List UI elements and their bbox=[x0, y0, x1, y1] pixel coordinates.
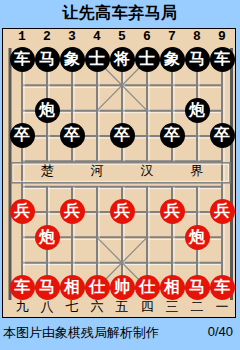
bottom-label-8: 二 bbox=[185, 299, 209, 314]
bottom-label-5: 五 bbox=[110, 299, 134, 314]
piece-red-cannon: 炮 bbox=[35, 225, 60, 250]
piece-black-soldier: 卒 bbox=[160, 123, 185, 148]
piece-black-cannon: 炮 bbox=[185, 98, 210, 123]
piece-black-cannon: 炮 bbox=[35, 98, 60, 123]
piece-red-elephant: 相 bbox=[160, 275, 185, 300]
footer: 本图片由象棋残局解析制作 0/40 bbox=[0, 322, 240, 342]
piece-red-soldier: 兵 bbox=[110, 199, 135, 224]
piece-black-soldier: 卒 bbox=[210, 123, 235, 148]
xiangqi-board-panel: 123456789 楚河汉界 车马象士将士象马车炮炮卒卒卒卒卒兵兵兵兵兵炮炮车马… bbox=[2, 28, 236, 318]
piece-red-soldier: 兵 bbox=[10, 199, 35, 224]
move-counter: 0/40 bbox=[208, 324, 233, 339]
piece-red-chariot: 车 bbox=[10, 275, 35, 300]
credit-text: 本图片由象棋残局解析制作 bbox=[3, 324, 159, 342]
bottom-label-9: 一 bbox=[210, 299, 234, 314]
piece-black-elephant: 象 bbox=[60, 47, 85, 72]
piece-red-cannon: 炮 bbox=[185, 225, 210, 250]
piece-red-general: 帅 bbox=[110, 275, 135, 300]
piece-black-chariot: 车 bbox=[210, 47, 235, 72]
page-title: 让先高车弃马局 bbox=[0, 2, 240, 24]
bottom-label-2: 八 bbox=[35, 299, 59, 314]
bottom-label-7: 三 bbox=[160, 299, 184, 314]
piece-red-advisor: 仕 bbox=[135, 275, 160, 300]
piece-black-general: 将 bbox=[110, 47, 135, 72]
piece-black-soldier: 卒 bbox=[60, 123, 85, 148]
piece-red-soldier: 兵 bbox=[160, 199, 185, 224]
bottom-label-1: 九 bbox=[10, 299, 34, 314]
piece-black-chariot: 车 bbox=[10, 47, 35, 72]
piece-black-soldier: 卒 bbox=[10, 123, 35, 148]
bottom-coordinate-labels: 九八七六五四三二一 bbox=[3, 29, 235, 317]
bottom-label-4: 六 bbox=[85, 299, 109, 314]
piece-red-horse: 马 bbox=[185, 275, 210, 300]
bottom-label-3: 七 bbox=[60, 299, 84, 314]
piece-red-soldier: 兵 bbox=[210, 199, 235, 224]
piece-black-advisor: 士 bbox=[135, 47, 160, 72]
piece-red-soldier: 兵 bbox=[60, 199, 85, 224]
piece-red-horse: 马 bbox=[35, 275, 60, 300]
piece-black-horse: 马 bbox=[185, 47, 210, 72]
bottom-label-6: 四 bbox=[135, 299, 159, 314]
piece-black-elephant: 象 bbox=[160, 47, 185, 72]
piece-red-chariot: 车 bbox=[210, 275, 235, 300]
piece-red-elephant: 相 bbox=[60, 275, 85, 300]
piece-black-advisor: 士 bbox=[85, 47, 110, 72]
piece-red-advisor: 仕 bbox=[85, 275, 110, 300]
piece-black-horse: 马 bbox=[35, 47, 60, 72]
piece-black-soldier: 卒 bbox=[110, 123, 135, 148]
